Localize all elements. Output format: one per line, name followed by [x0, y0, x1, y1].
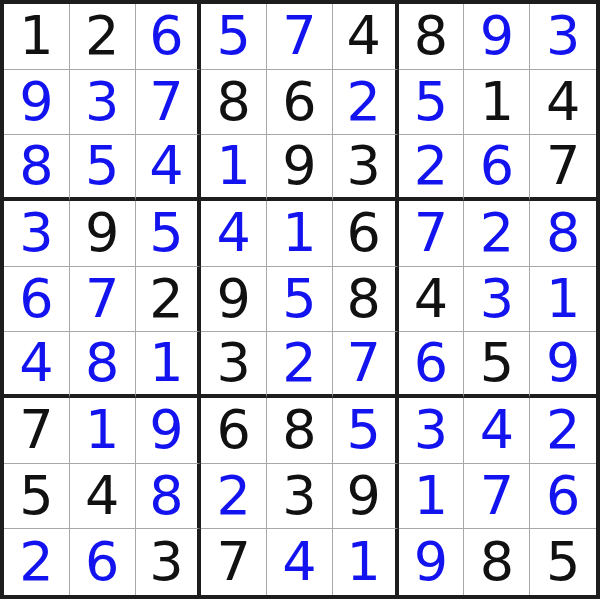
- cell-digit: 5: [347, 403, 381, 457]
- cell-digit: 9: [149, 403, 183, 457]
- cell-digit: 4: [149, 139, 183, 193]
- cell-digit: 1: [480, 75, 514, 129]
- cell-r6c3[interactable]: 1: [136, 332, 202, 398]
- cell-r9c9[interactable]: 5: [530, 529, 596, 595]
- cell-digit: 9: [347, 469, 381, 523]
- cell-r5c4[interactable]: 9: [201, 267, 267, 333]
- cell-digit: 3: [217, 336, 251, 390]
- sudoku-board: 1265748939378625148541932673954167286729…: [0, 0, 600, 599]
- cell-digit: 1: [546, 272, 580, 326]
- cell-r4c1[interactable]: 3: [4, 201, 70, 267]
- cell-r7c4[interactable]: 6: [201, 398, 267, 464]
- cell-r1c7[interactable]: 8: [399, 4, 465, 70]
- cell-r4c6[interactable]: 6: [333, 201, 399, 267]
- cell-r3c6[interactable]: 3: [333, 135, 399, 201]
- cell-digit: 5: [282, 272, 316, 326]
- cell-r8c1[interactable]: 5: [4, 464, 70, 530]
- cell-r9c8[interactable]: 8: [464, 529, 530, 595]
- cell-digit: 2: [347, 75, 381, 129]
- cell-r9c7[interactable]: 9: [399, 529, 465, 595]
- cell-r9c3[interactable]: 3: [136, 529, 202, 595]
- cell-digit: 4: [19, 336, 53, 390]
- cell-digit: 9: [19, 75, 53, 129]
- cell-digit: 4: [546, 75, 580, 129]
- cell-r1c9[interactable]: 3: [530, 4, 596, 70]
- cell-r8c6[interactable]: 9: [333, 464, 399, 530]
- cell-r2c7[interactable]: 5: [399, 70, 465, 136]
- cell-digit: 9: [480, 9, 514, 63]
- cell-digit: 3: [19, 206, 53, 260]
- cell-digit: 3: [149, 535, 183, 589]
- cell-digit: 5: [546, 535, 580, 589]
- cell-digit: 6: [480, 139, 514, 193]
- cell-digit: 6: [85, 535, 119, 589]
- cell-digit: 8: [85, 336, 119, 390]
- cell-digit: 5: [19, 469, 53, 523]
- cell-r1c3[interactable]: 6: [136, 4, 202, 70]
- cell-r7c3[interactable]: 9: [136, 398, 202, 464]
- cell-digit: 7: [149, 75, 183, 129]
- cell-r1c2[interactable]: 2: [70, 4, 136, 70]
- cell-r3c5[interactable]: 9: [267, 135, 333, 201]
- cell-digit: 1: [19, 9, 53, 63]
- cell-digit: 2: [217, 469, 251, 523]
- cell-r6c6[interactable]: 7: [333, 332, 399, 398]
- cell-digit: 7: [19, 403, 53, 457]
- cell-digit: 1: [149, 336, 183, 390]
- cell-digit: 7: [85, 272, 119, 326]
- cell-r6c5[interactable]: 2: [267, 332, 333, 398]
- cell-r4c8[interactable]: 2: [464, 201, 530, 267]
- cell-r3c2[interactable]: 5: [70, 135, 136, 201]
- cell-digit: 8: [282, 403, 316, 457]
- cell-r8c4[interactable]: 2: [201, 464, 267, 530]
- cell-r7c6[interactable]: 5: [333, 398, 399, 464]
- cell-digit: 2: [414, 139, 448, 193]
- cell-digit: 6: [217, 403, 251, 457]
- cell-r3c8[interactable]: 6: [464, 135, 530, 201]
- cell-digit: 4: [85, 469, 119, 523]
- cell-r4c3[interactable]: 5: [136, 201, 202, 267]
- cell-r4c7[interactable]: 7: [399, 201, 465, 267]
- cell-digit: 1: [347, 535, 381, 589]
- cell-digit: 5: [217, 9, 251, 63]
- cell-r1c1[interactable]: 1: [4, 4, 70, 70]
- cell-r4c2[interactable]: 9: [70, 201, 136, 267]
- cell-r5c3[interactable]: 2: [136, 267, 202, 333]
- cell-r8c2[interactable]: 4: [70, 464, 136, 530]
- cell-digit: 7: [217, 535, 251, 589]
- cell-digit: 2: [282, 336, 316, 390]
- cell-r2c3[interactable]: 7: [136, 70, 202, 136]
- cell-r8c8[interactable]: 7: [464, 464, 530, 530]
- cell-digit: 2: [19, 535, 53, 589]
- cell-r9c2[interactable]: 6: [70, 529, 136, 595]
- cell-digit: 9: [217, 272, 251, 326]
- cell-digit: 5: [85, 139, 119, 193]
- cell-r9c1[interactable]: 2: [4, 529, 70, 595]
- cell-digit: 3: [546, 9, 580, 63]
- cell-r1c5[interactable]: 7: [267, 4, 333, 70]
- cell-digit: 7: [414, 206, 448, 260]
- cell-digit: 5: [149, 206, 183, 260]
- cell-digit: 7: [347, 336, 381, 390]
- cell-digit: 6: [347, 206, 381, 260]
- cell-r9c4[interactable]: 7: [201, 529, 267, 595]
- cell-digit: 4: [480, 403, 514, 457]
- cell-digit: 3: [414, 403, 448, 457]
- cell-r7c2[interactable]: 1: [70, 398, 136, 464]
- cell-r5c9[interactable]: 1: [530, 267, 596, 333]
- cell-digit: 9: [414, 535, 448, 589]
- cell-r1c6[interactable]: 4: [333, 4, 399, 70]
- cell-digit: 2: [85, 9, 119, 63]
- cell-digit: 7: [546, 139, 580, 193]
- cell-r8c3[interactable]: 8: [136, 464, 202, 530]
- cell-digit: 3: [85, 75, 119, 129]
- cell-r2c2[interactable]: 3: [70, 70, 136, 136]
- cell-digit: 1: [85, 403, 119, 457]
- cell-r3c1[interactable]: 8: [4, 135, 70, 201]
- cell-digit: 4: [414, 272, 448, 326]
- cell-r8c7[interactable]: 1: [399, 464, 465, 530]
- cell-digit: 8: [546, 206, 580, 260]
- cell-r5c5[interactable]: 5: [267, 267, 333, 333]
- cell-r2c6[interactable]: 2: [333, 70, 399, 136]
- cell-r4c5[interactable]: 1: [267, 201, 333, 267]
- cell-r3c7[interactable]: 2: [399, 135, 465, 201]
- cell-digit: 1: [282, 206, 316, 260]
- cell-r7c7[interactable]: 3: [399, 398, 465, 464]
- cell-r3c9[interactable]: 7: [530, 135, 596, 201]
- cell-r9c6[interactable]: 1: [333, 529, 399, 595]
- cell-digit: 6: [19, 272, 53, 326]
- cell-digit: 2: [546, 403, 580, 457]
- cell-r1c4[interactable]: 5: [201, 4, 267, 70]
- cell-r5c6[interactable]: 8: [333, 267, 399, 333]
- cell-r5c7[interactable]: 4: [399, 267, 465, 333]
- cell-r4c9[interactable]: 8: [530, 201, 596, 267]
- cell-r7c1[interactable]: 7: [4, 398, 70, 464]
- cell-r5c8[interactable]: 3: [464, 267, 530, 333]
- cell-digit: 8: [149, 469, 183, 523]
- cell-digit: 4: [217, 206, 251, 260]
- cell-r1c8[interactable]: 9: [464, 4, 530, 70]
- cell-digit: 9: [85, 206, 119, 260]
- cell-digit: 8: [347, 272, 381, 326]
- cell-digit: 2: [480, 206, 514, 260]
- cell-digit: 5: [414, 75, 448, 129]
- cell-r7c8[interactable]: 4: [464, 398, 530, 464]
- cell-r2c4[interactable]: 8: [201, 70, 267, 136]
- cell-r6c7[interactable]: 6: [399, 332, 465, 398]
- cell-digit: 3: [347, 139, 381, 193]
- cell-r6c2[interactable]: 8: [70, 332, 136, 398]
- cell-r5c1[interactable]: 6: [4, 267, 70, 333]
- cell-r6c8[interactable]: 5: [464, 332, 530, 398]
- cell-r9c5[interactable]: 4: [267, 529, 333, 595]
- cell-digit: 1: [414, 469, 448, 523]
- cell-r2c5[interactable]: 6: [267, 70, 333, 136]
- cell-digit: 9: [282, 139, 316, 193]
- cell-digit: 8: [217, 75, 251, 129]
- cell-digit: 9: [546, 336, 580, 390]
- cell-r3c3[interactable]: 4: [136, 135, 202, 201]
- cell-r4c4[interactable]: 4: [201, 201, 267, 267]
- cell-r6c4[interactable]: 3: [201, 332, 267, 398]
- cell-digit: 8: [480, 535, 514, 589]
- cell-digit: 6: [414, 336, 448, 390]
- cell-r8c9[interactable]: 6: [530, 464, 596, 530]
- cell-r2c1[interactable]: 9: [4, 70, 70, 136]
- cell-digit: 2: [149, 272, 183, 326]
- cell-digit: 7: [282, 9, 316, 63]
- cell-digit: 3: [282, 469, 316, 523]
- cell-digit: 1: [217, 139, 251, 193]
- cell-r3c4[interactable]: 1: [201, 135, 267, 201]
- cell-r7c9[interactable]: 2: [530, 398, 596, 464]
- cell-digit: 3: [480, 272, 514, 326]
- cell-digit: 4: [347, 9, 381, 63]
- cell-r2c9[interactable]: 4: [530, 70, 596, 136]
- cell-r6c1[interactable]: 4: [4, 332, 70, 398]
- cell-r8c5[interactable]: 3: [267, 464, 333, 530]
- cell-digit: 6: [282, 75, 316, 129]
- cell-r5c2[interactable]: 7: [70, 267, 136, 333]
- cell-digit: 7: [480, 469, 514, 523]
- cell-r6c9[interactable]: 9: [530, 332, 596, 398]
- cell-digit: 5: [480, 336, 514, 390]
- cell-digit: 4: [282, 535, 316, 589]
- cell-r7c5[interactable]: 8: [267, 398, 333, 464]
- cell-r2c8[interactable]: 1: [464, 70, 530, 136]
- cell-digit: 8: [414, 9, 448, 63]
- cell-digit: 6: [546, 469, 580, 523]
- cell-digit: 6: [149, 9, 183, 63]
- cell-digit: 8: [19, 139, 53, 193]
